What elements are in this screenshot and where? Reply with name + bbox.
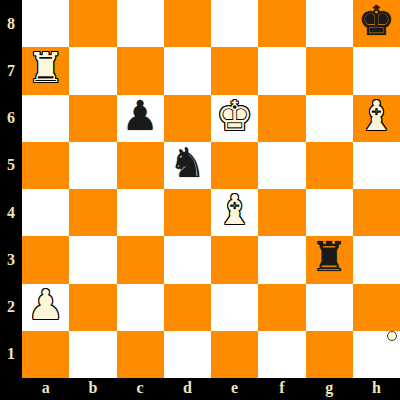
square-d7[interactable]: [164, 47, 211, 94]
square-d8[interactable]: [164, 0, 211, 47]
square-c1[interactable]: [117, 331, 164, 378]
square-f2[interactable]: [258, 284, 305, 331]
square-a2[interactable]: ♟: [22, 284, 69, 331]
rank-label-4: 4: [0, 189, 22, 236]
square-e7[interactable]: [211, 47, 258, 94]
square-a4[interactable]: [22, 189, 69, 236]
square-a3[interactable]: [22, 236, 69, 283]
square-e3[interactable]: [211, 236, 258, 283]
square-g4[interactable]: [306, 189, 353, 236]
square-b6[interactable]: [69, 95, 116, 142]
square-b2[interactable]: [69, 284, 116, 331]
square-e5[interactable]: [211, 142, 258, 189]
square-h6[interactable]: ♝: [353, 95, 400, 142]
square-a6[interactable]: [22, 95, 69, 142]
square-b3[interactable]: [69, 236, 116, 283]
square-b8[interactable]: [69, 0, 116, 47]
file-label-g: g: [306, 378, 353, 400]
square-g1[interactable]: [306, 331, 353, 378]
square-d6[interactable]: [164, 95, 211, 142]
square-d4[interactable]: [164, 189, 211, 236]
square-d2[interactable]: [164, 284, 211, 331]
file-label-c: c: [117, 378, 164, 400]
square-e6[interactable]: ♚: [211, 95, 258, 142]
square-d1[interactable]: [164, 331, 211, 378]
square-c5[interactable]: [117, 142, 164, 189]
rank-label-5: 5: [0, 142, 22, 189]
rank-label-2: 2: [0, 284, 22, 331]
square-f4[interactable]: [258, 189, 305, 236]
square-e2[interactable]: [211, 284, 258, 331]
rank-label-1: 1: [0, 331, 22, 378]
square-c4[interactable]: [117, 189, 164, 236]
square-f5[interactable]: [258, 142, 305, 189]
white-bishop-h6[interactable]: ♝: [358, 96, 395, 137]
square-c7[interactable]: [117, 47, 164, 94]
black-pawn-c6[interactable]: ♟: [122, 96, 159, 137]
square-e8[interactable]: [211, 0, 258, 47]
white-pawn-a2[interactable]: ♟: [27, 285, 64, 326]
square-c8[interactable]: [117, 0, 164, 47]
square-a8[interactable]: [22, 0, 69, 47]
rank-label-6: 6: [0, 95, 22, 142]
square-a5[interactable]: [22, 142, 69, 189]
square-h2[interactable]: [353, 284, 400, 331]
square-g6[interactable]: [306, 95, 353, 142]
file-label-h: h: [353, 378, 400, 400]
board: ♚♜♟♚♝♞♝♜♟: [22, 0, 400, 378]
square-b5[interactable]: [69, 142, 116, 189]
square-d3[interactable]: [164, 236, 211, 283]
black-rook-g3[interactable]: ♜: [311, 237, 348, 278]
square-f8[interactable]: [258, 0, 305, 47]
square-a1[interactable]: [22, 331, 69, 378]
white-to-move-indicator: [387, 331, 397, 341]
file-label-e: e: [211, 378, 258, 400]
square-h5[interactable]: [353, 142, 400, 189]
white-king-e6[interactable]: ♚: [216, 96, 253, 137]
file-labels: abcdefgh: [22, 378, 400, 400]
chess-diagram: ♚♜♟♚♝♞♝♜♟ 87654321 abcdefgh: [0, 0, 400, 400]
square-d5[interactable]: ♞: [164, 142, 211, 189]
square-g3[interactable]: ♜: [306, 236, 353, 283]
square-a7[interactable]: ♜: [22, 47, 69, 94]
black-king-h8[interactable]: ♚: [358, 1, 395, 42]
square-h3[interactable]: [353, 236, 400, 283]
square-f7[interactable]: [258, 47, 305, 94]
rank-labels: 87654321: [0, 0, 22, 378]
square-h7[interactable]: [353, 47, 400, 94]
square-b4[interactable]: [69, 189, 116, 236]
square-h8[interactable]: ♚: [353, 0, 400, 47]
square-e1[interactable]: [211, 331, 258, 378]
file-label-f: f: [258, 378, 305, 400]
square-c3[interactable]: [117, 236, 164, 283]
square-f6[interactable]: [258, 95, 305, 142]
square-b1[interactable]: [69, 331, 116, 378]
file-label-b: b: [69, 378, 116, 400]
square-e4[interactable]: ♝: [211, 189, 258, 236]
file-label-d: d: [164, 378, 211, 400]
rank-label-8: 8: [0, 0, 22, 47]
file-label-a: a: [22, 378, 69, 400]
square-g5[interactable]: [306, 142, 353, 189]
square-g2[interactable]: [306, 284, 353, 331]
rank-label-7: 7: [0, 47, 22, 94]
square-g8[interactable]: [306, 0, 353, 47]
square-b7[interactable]: [69, 47, 116, 94]
square-f3[interactable]: [258, 236, 305, 283]
square-f1[interactable]: [258, 331, 305, 378]
white-rook-a7[interactable]: ♜: [27, 48, 64, 89]
rank-label-3: 3: [0, 236, 22, 283]
square-h4[interactable]: [353, 189, 400, 236]
square-g7[interactable]: [306, 47, 353, 94]
square-c6[interactable]: ♟: [117, 95, 164, 142]
square-c2[interactable]: [117, 284, 164, 331]
black-knight-d5[interactable]: ♞: [169, 143, 206, 184]
white-bishop-e4[interactable]: ♝: [216, 190, 253, 231]
